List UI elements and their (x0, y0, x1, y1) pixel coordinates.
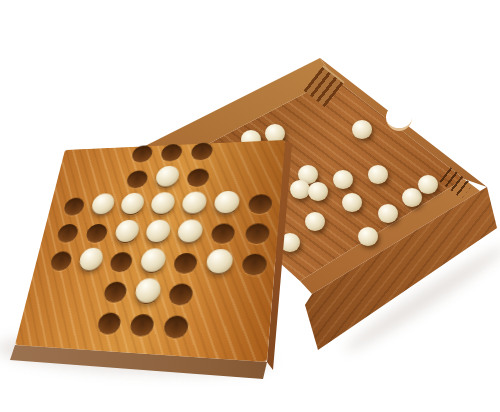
marble-r4c3[interactable] (113, 220, 140, 242)
tray-marble-3[interactable] (352, 120, 372, 139)
hole-r4c1[interactable] (56, 224, 80, 243)
product-photo-scene (0, 0, 500, 412)
hole-r2c5[interactable] (186, 168, 210, 187)
tray-marble-13[interactable] (305, 212, 325, 231)
marble-r2c4[interactable] (154, 166, 180, 187)
hole-r4c6[interactable] (210, 223, 235, 243)
tray-marble-11[interactable] (402, 188, 422, 207)
hole-r1c5[interactable] (190, 142, 213, 160)
marble-r4c5[interactable] (176, 220, 204, 243)
hole-r1c3[interactable] (130, 145, 153, 163)
thumb-notch (386, 104, 412, 131)
hole-r7c3[interactable] (96, 312, 122, 335)
hole-r5c5[interactable] (172, 252, 198, 273)
marble-r4c4[interactable] (144, 220, 171, 243)
marble-r5c6[interactable] (205, 249, 234, 274)
marble-r3c3[interactable] (119, 193, 145, 214)
tray-marble-9[interactable] (342, 193, 362, 212)
tray-marble-7[interactable] (290, 180, 310, 199)
hole-r7c5[interactable] (162, 315, 189, 339)
marble-r3c6[interactable] (213, 191, 240, 214)
hole-r5c3[interactable] (108, 252, 133, 272)
tray-marble-12[interactable] (418, 175, 438, 194)
hole-r6c5[interactable] (167, 283, 193, 305)
marble-r6c4[interactable] (133, 278, 161, 303)
hole-r6c3[interactable] (102, 281, 127, 303)
hole-r5c7[interactable] (241, 253, 267, 275)
hole-r4c7[interactable] (244, 223, 270, 244)
hole-r3c7[interactable] (247, 194, 272, 214)
solitaire-board (15, 140, 285, 362)
marble-r5c4[interactable] (139, 248, 167, 272)
hole-r7c4[interactable] (128, 313, 154, 336)
tray-marble-5[interactable] (333, 170, 353, 189)
hole-r2c3[interactable] (125, 170, 148, 188)
tray-marble-6[interactable] (368, 165, 388, 184)
marble-r3c4[interactable] (149, 192, 176, 214)
tray-marble-15[interactable] (358, 227, 378, 246)
hole-r1c4[interactable] (160, 143, 183, 161)
tray-marble-8[interactable] (308, 182, 328, 201)
tray-marble-10[interactable] (378, 204, 398, 223)
hole-r4c2[interactable] (84, 223, 108, 242)
hole-r3c1[interactable] (62, 197, 85, 215)
hole-r5c1[interactable] (49, 251, 73, 271)
marble-r3c2[interactable] (90, 193, 116, 214)
marble-r3c5[interactable] (180, 191, 207, 213)
marble-r5c2[interactable] (77, 248, 104, 271)
